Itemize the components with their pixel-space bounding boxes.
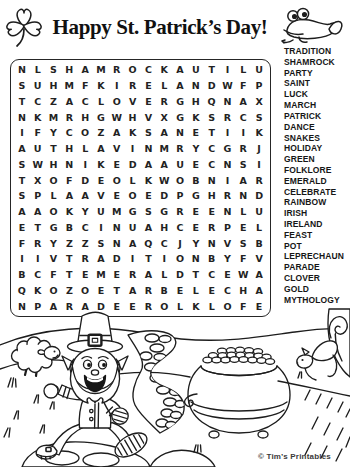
grid-cell-r5c10: A [156,125,172,141]
grid-cell-r5c15: I [235,125,251,141]
grid-cell-r14c10: L [156,267,172,283]
grid-cell-r14c4: T [61,267,77,283]
grid-cell-r2c11: A [172,78,188,94]
grid-cell-r8c6: E [93,172,109,188]
grid-cell-r16c9: R [141,298,157,314]
word-list-item: FEAST [284,230,348,241]
grid-cell-r11c7: N [109,220,125,236]
grid-cell-r5c16: K [251,125,267,141]
grid-cell-r8c9: K [141,172,157,188]
grid-cell-r2c1: S [14,78,30,94]
grid-cell-r11c1: E [14,220,30,236]
grid-cell-r11c9: A [141,220,157,236]
squirrel-illustration [297,317,347,380]
grid-cell-r13c7: D [109,251,125,267]
grid-cell-r15c1: Q [14,283,30,299]
grid-cell-r9c1: S [14,188,30,204]
grid-cell-r2c3: H [46,78,62,94]
frog-icon [277,6,347,48]
grid-cell-r2c9: E [141,78,157,94]
grid-cell-r6c1: A [14,141,30,157]
grid-cell-r15c2: K [30,283,46,299]
grid-cell-r14c13: C [204,267,220,283]
grid-cell-r2c7: I [109,78,125,94]
leprechaun-illustration [36,312,151,462]
grid-cell-r5c8: K [125,125,141,141]
word-list-item: MYTHOLOGY [284,295,348,306]
grid-cell-r5c5: O [77,125,93,141]
grid-cell-r9c7: E [109,188,125,204]
grid-cell-r2c4: M [61,78,77,94]
tree-illustration [278,309,350,461]
grid-cell-r15c5: O [77,283,93,299]
credit-text: © Tim’s Printables [258,452,331,461]
grid-cell-r8c13: N [204,172,220,188]
grid-cell-r7c2: W [30,157,46,173]
grid-cell-r7c3: H [46,157,62,173]
grid-cell-r13c2: I [30,251,46,267]
grid-cell-r16c16: E [251,298,267,314]
grid-cell-r10c13: E [204,204,220,220]
word-list-item: GREEN [284,154,348,165]
grid-cell-r9c2: P [30,188,46,204]
grid-cell-r9c3: L [46,188,62,204]
grid-cell-r4c14: R [220,109,236,125]
grid-cell-r9c11: P [172,188,188,204]
grid-cell-r14c6: M [93,267,109,283]
grid-cell-r16c11: L [172,298,188,314]
grid-cell-r2c5: F [77,78,93,94]
grid-cell-r14c7: E [109,267,125,283]
grid-cell-r4c9: V [141,109,157,125]
grid-cell-r3c3: Z [46,94,62,110]
grid-cell-r7c6: K [93,157,109,173]
grid-cell-r4c10: X [156,109,172,125]
grid-cell-r4c2: K [30,109,46,125]
grid-cell-r6c4: H [61,141,77,157]
grid-cell-r6c12: Y [188,141,204,157]
grid-cell-r15c12: L [188,283,204,299]
leprechaun-hat [68,312,123,353]
grid-cell-r13c5: R [77,251,93,267]
grid-cell-r10c16: U [251,204,267,220]
grid-cell-r9c14: R [220,188,236,204]
grid-cell-r15c14: C [220,283,236,299]
grid-cell-r13c9: T [141,251,157,267]
grid-cell-r5c12: E [188,125,204,141]
grid-cell-r6c14: G [220,141,236,157]
grid-cell-r5c4: C [61,125,77,141]
grid-cell-r8c1: T [14,172,30,188]
grid-cell-r2c12: N [188,78,204,94]
grid-cell-r1c8: O [125,62,141,78]
grid-cell-r13c15: F [235,251,251,267]
grid-cell-r2c8: R [125,78,141,94]
grid-cell-r7c8: D [125,157,141,173]
grass-tufts-illustration [4,372,302,452]
grid-cell-r13c1: I [14,251,30,267]
grid-cell-r8c16: R [251,172,267,188]
right-shoe [111,428,151,463]
word-list-item: IRELAND [284,219,348,230]
grid-cell-r6c9: N [141,141,157,157]
grid-cell-r15c4: Z [61,283,77,299]
grid-cell-r4c5: H [77,109,93,125]
grid-cell-r2c10: L [156,78,172,94]
grid-cell-r4c12: K [188,109,204,125]
grid-cell-r10c11: R [172,204,188,220]
grid-cell-r6c15: R [235,141,251,157]
grid-cell-r5c1: I [14,125,30,141]
grid-cell-r7c7: E [109,157,125,173]
grid-cell-r12c2: R [30,235,46,251]
grid-cell-r4c8: H [125,109,141,125]
grid-cell-r7c9: A [141,157,157,173]
word-list-item: LEPRECHAUN [284,251,348,262]
grid-cell-r13c3: V [46,251,62,267]
left-shoe [36,445,57,459]
grid-cell-r15c16: A [251,283,267,299]
grid-cell-r5c2: F [30,125,46,141]
grid-cell-r14c1: B [14,267,30,283]
grid-cell-r4c11: G [172,109,188,125]
grid-cell-r1c10: K [156,62,172,78]
grid-cell-r16c15: F [235,298,251,314]
grid-cell-r6c16: J [251,141,267,157]
word-list-item: CLOVER [284,273,348,284]
grid-cell-r9c15: N [235,188,251,204]
grid-cell-r4c3: M [46,109,62,125]
grid-cell-r14c16: A [251,267,267,283]
grid-cell-r1c7: R [109,62,125,78]
grid-cell-r13c4: T [61,251,77,267]
grid-cell-r5c6: Z [93,125,109,141]
grid-cell-r2c6: K [93,78,109,94]
grid-cell-r5c13: T [204,125,220,141]
word-search-grid: NLSHAMROCKAUTILUSUHMFKIRELANDWFPTCZACLOV… [14,62,267,314]
grid-cell-r13c10: I [156,251,172,267]
word-list-item: SAINT [284,78,348,89]
grid-cell-r13c14: Y [220,251,236,267]
grid-cell-r14c14: E [220,267,236,283]
grid-cell-r15c3: O [46,283,62,299]
grid-cell-r4c7: W [109,109,125,125]
grid-cell-r11c4: B [61,220,77,236]
grid-cell-r12c14: V [220,235,236,251]
worksheet-page: Happy St. Patrick’s Day! NLSHAMROCKAUTIL… [0,0,350,467]
grid-cell-r2c13: D [204,78,220,94]
gold-coins [203,347,275,364]
grid-cell-r4c16: S [251,109,267,125]
grid-cell-r6c7: V [109,141,125,157]
grid-cell-r12c11: J [172,235,188,251]
grid-cell-r12c15: S [235,235,251,251]
grid-cell-r14c15: W [235,267,251,283]
foreground-rocks-illustration [22,442,215,467]
grid-cell-r11c16: L [251,220,267,236]
grid-cell-r10c8: G [125,204,141,220]
grid-cell-r7c16: I [251,157,267,173]
grid-cell-r11c3: G [46,220,62,236]
grid-cell-r7c10: A [156,157,172,173]
grid-cell-r8c3: O [46,172,62,188]
grid-cell-r12c13: N [204,235,220,251]
grid-cell-r3c9: E [141,94,157,110]
grid-cell-r10c2: A [30,204,46,220]
grid-cell-r15c11: E [172,283,188,299]
sheep-illustration [12,337,61,376]
grid-cell-r3c14: N [220,94,236,110]
shamrock-icon [6,5,42,49]
grid-cell-r8c7: O [109,172,125,188]
grid-cell-r5c9: S [141,125,157,141]
grid-cell-r4c15: C [235,109,251,125]
grid-cell-r3c10: R [156,94,172,110]
grid-cell-r6c10: M [156,141,172,157]
hills-illustration [0,328,350,377]
word-list-item: FOLKLORE [284,165,348,176]
grid-cell-r10c3: O [46,204,62,220]
grid-cell-r4c4: R [61,109,77,125]
grid-cell-r16c5: A [77,298,93,314]
grid-cell-r14c12: T [188,267,204,283]
grid-cell-r5c11: N [172,125,188,141]
grid-cell-r16c4: R [61,298,77,314]
grid-cell-r9c9: E [141,188,157,204]
grid-cell-r12c8: A [125,235,141,251]
grid-cell-r9c10: D [156,188,172,204]
grid-cell-r3c1: T [14,94,30,110]
grid-cell-r1c16: U [251,62,267,78]
grid-cell-r16c7: E [109,298,125,314]
grid-cell-r3c13: Q [204,94,220,110]
grid-cell-r16c2: P [30,298,46,314]
grid-cell-r6c6: A [93,141,109,157]
grid-cell-r2c14: W [220,78,236,94]
grid-cell-r8c2: X [30,172,46,188]
word-list-item: RAINBOW [284,197,348,208]
grid-cell-r2c15: F [235,78,251,94]
grid-cell-r5c3: Y [46,125,62,141]
grid-cell-r3c8: V [125,94,141,110]
grid-cell-r14c5: E [77,267,93,283]
grid-cell-r1c14: I [220,62,236,78]
grid-cell-r8c14: I [220,172,236,188]
grid-cell-r14c8: R [125,267,141,283]
grid-cell-r7c4: N [61,157,77,173]
grid-cell-r11c15: E [235,220,251,236]
word-list-item: LUCK [284,89,348,100]
grid-cell-r9c12: G [188,188,204,204]
grid-cell-r11c11: C [172,220,188,236]
word-list-item: DANCE [284,122,348,133]
grid-cell-r2c16: P [251,78,267,94]
word-list-item: EMERALD [284,176,348,187]
grid-cell-r9c8: O [125,188,141,204]
grid-cell-r14c2: C [30,267,46,283]
grid-cell-r15c13: E [204,283,220,299]
grid-cell-r9c4: A [61,188,77,204]
grid-cell-r16c6: D [93,298,109,314]
grid-cell-r15c15: H [235,283,251,299]
grid-cell-r3c2: C [30,94,46,110]
word-list-item: PARTY [284,68,348,79]
grid-cell-r13c6: A [93,251,109,267]
grid-cell-r13c16: V [251,251,267,267]
grid-cell-r6c2: U [30,141,46,157]
grid-cell-r3c15: A [235,94,251,110]
grid-cell-r11c14: P [220,220,236,236]
grid-cell-r13c13: B [204,251,220,267]
grid-cell-r5c7: A [109,125,125,141]
word-list-item: PARADE [284,262,348,273]
grid-cell-r12c16: B [251,235,267,251]
grid-cell-r8c11: O [172,172,188,188]
grid-cell-r10c15: L [235,204,251,220]
word-list-item: POT [284,241,348,252]
grid-cell-r1c4: H [61,62,77,78]
grid-cell-r3c16: X [251,94,267,110]
grid-cell-r14c9: A [141,267,157,283]
word-list-item: GOLD [284,284,348,295]
grid-cell-r7c11: U [172,157,188,173]
grid-cell-r3c6: L [93,94,109,110]
grid-cell-r10c7: M [109,204,125,220]
grid-cell-r1c9: C [141,62,157,78]
grid-cell-r15c7: T [109,283,125,299]
grid-cell-r10c6: U [93,204,109,220]
grid-cell-r15c10: B [156,283,172,299]
grid-cell-r11c6: I [93,220,109,236]
grid-cell-r1c1: N [14,62,30,78]
grid-cell-r1c13: T [204,62,220,78]
word-list-item: PATRICK [284,111,348,122]
page-title: Happy St. Patrick’s Day! [42,11,278,43]
grid-cell-r10c5: Y [77,204,93,220]
grid-cell-r1c3: S [46,62,62,78]
grid-cell-r4c6: G [93,109,109,125]
grid-cell-r7c14: N [220,157,236,173]
grid-cell-r7c1: S [14,157,30,173]
grid-cell-r16c13: L [204,298,220,314]
grid-cell-r8c4: F [61,172,77,188]
word-list-item: CELEBRATE [284,187,348,198]
word-list-item: SNAKES [284,133,348,144]
grid-cell-r11c10: H [156,220,172,236]
grid-cell-r9c5: A [77,188,93,204]
pot-of-gold-illustration [185,347,290,438]
grid-cell-r12c5: Z [77,235,93,251]
grid-cell-r12c9: Q [141,235,157,251]
cobblestone-path-illustration [128,331,185,433]
word-list: TRADITIONSHAMROCKPARTYSAINTLUCKMARCHPATR… [284,46,348,306]
grid-cell-r10c14: N [220,204,236,220]
grid-cell-r1c6: M [93,62,109,78]
grid-cell-r10c1: A [14,204,30,220]
grid-cell-r15c6: E [93,283,109,299]
grid-cell-r7c12: E [188,157,204,173]
grid-cell-r11c8: U [125,220,141,236]
grid-cell-r8c5: D [77,172,93,188]
word-list-item: MARCH [284,100,348,111]
word-list-item: HOLIDAY [284,143,348,154]
grid-cell-r4c13: S [204,109,220,125]
grid-cell-r5c14: I [220,125,236,141]
grid-cell-r14c3: F [46,267,62,283]
grid-cell-r7c15: S [235,157,251,173]
leprechaun-scene-illustration [0,305,350,467]
grid-cell-r8c10: W [156,172,172,188]
grid-cell-r2c2: U [30,78,46,94]
grid-cell-r7c13: C [204,157,220,173]
grid-cell-r1c15: L [235,62,251,78]
grid-cell-r16c1: N [14,298,30,314]
grid-cell-r1c12: U [188,62,204,78]
grid-cell-r15c8: A [125,283,141,299]
grid-cell-r3c5: C [77,94,93,110]
grid-cell-r8c8: L [125,172,141,188]
grid-cell-r11c13: R [204,220,220,236]
grid-cell-r6c3: T [46,141,62,157]
grid-cell-r12c1: F [14,235,30,251]
grid-cell-r14c11: D [172,267,188,283]
word-search-board: NLSHAMROCKAUTILUSUHMFKIRELANDWFPTCZACLOV… [10,59,271,317]
grid-cell-r9c13: H [204,188,220,204]
grid-cell-r8c15: A [235,172,251,188]
grid-cell-r8c12: B [188,172,204,188]
grid-cell-r6c5: L [77,141,93,157]
grid-cell-r13c11: O [172,251,188,267]
grid-cell-r11c2: T [30,220,46,236]
grid-cell-r12c7: N [109,235,125,251]
grid-cell-r15c9: R [141,283,157,299]
grid-cell-r12c6: S [93,235,109,251]
grid-cell-r3c4: A [61,94,77,110]
grid-cell-r3c11: G [172,94,188,110]
grid-cell-r3c12: H [188,94,204,110]
grid-cell-r6c11: R [172,141,188,157]
grid-cell-r16c12: K [188,298,204,314]
grid-cell-r13c8: I [125,251,141,267]
grid-cell-r10c10: G [156,204,172,220]
grid-cell-r9c16: D [251,188,267,204]
grid-cell-r16c8: E [125,298,141,314]
grid-cell-r12c12: Y [188,235,204,251]
grid-cell-r12c10: C [156,235,172,251]
word-list-item: SHAMROCK [284,57,348,68]
grid-cell-r12c4: Z [61,235,77,251]
grid-cell-r11c12: E [188,220,204,236]
grid-cell-r1c11: A [172,62,188,78]
grid-cell-r6c8: I [125,141,141,157]
grid-cell-r6c13: C [204,141,220,157]
grid-cell-r12c3: Y [46,235,62,251]
grid-cell-r10c9: S [141,204,157,220]
grid-cell-r3c7: O [109,94,125,110]
grid-cell-r4c1: N [14,109,30,125]
grid-cell-r13c12: N [188,251,204,267]
grid-cell-r1c2: L [30,62,46,78]
grid-cell-r10c4: K [61,204,77,220]
word-list-item: TRADITION [284,46,348,57]
grid-cell-r1c5: A [77,62,93,78]
grid-cell-r16c3: A [46,298,62,314]
grid-cell-r11c5: C [77,220,93,236]
grid-cell-r10c12: E [188,204,204,220]
word-list-item: IRISH [284,208,348,219]
grid-cell-r7c5: I [77,157,93,173]
grid-cell-r9c6: V [93,188,109,204]
